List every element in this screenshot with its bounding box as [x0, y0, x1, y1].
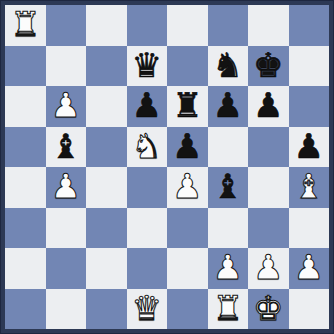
square-h8[interactable]: [289, 5, 330, 46]
white-bishop[interactable]: ♝: [294, 169, 324, 203]
square-h3[interactable]: [289, 208, 330, 249]
square-e6[interactable]: ♜: [167, 86, 208, 127]
square-b8[interactable]: [46, 5, 87, 46]
square-f3[interactable]: [208, 208, 249, 249]
square-d6[interactable]: ♟: [127, 86, 168, 127]
square-b7[interactable]: [46, 46, 87, 87]
square-a7[interactable]: [5, 46, 46, 87]
white-pawn[interactable]: ♟: [172, 169, 202, 203]
square-a6[interactable]: [5, 86, 46, 127]
square-d8[interactable]: [127, 5, 168, 46]
square-f6[interactable]: ♟: [208, 86, 249, 127]
square-c7[interactable]: [86, 46, 127, 87]
square-e7[interactable]: [167, 46, 208, 87]
square-b4[interactable]: ♟: [46, 167, 87, 208]
square-b3[interactable]: [46, 208, 87, 249]
square-e5[interactable]: ♟: [167, 127, 208, 168]
white-rook[interactable]: ♜: [10, 7, 40, 41]
square-a8[interactable]: ♜: [5, 5, 46, 46]
square-f7[interactable]: ♞: [208, 46, 249, 87]
square-b2[interactable]: [46, 248, 87, 289]
square-f4[interactable]: ♝: [208, 167, 249, 208]
square-d2[interactable]: [127, 248, 168, 289]
square-d3[interactable]: [127, 208, 168, 249]
square-d4[interactable]: [127, 167, 168, 208]
square-h6[interactable]: [289, 86, 330, 127]
white-pawn[interactable]: ♟: [294, 250, 324, 284]
white-pawn[interactable]: ♟: [213, 250, 243, 284]
square-g8[interactable]: [248, 5, 289, 46]
square-b5[interactable]: ♝: [46, 127, 87, 168]
square-g5[interactable]: [248, 127, 289, 168]
square-h7[interactable]: [289, 46, 330, 87]
black-queen[interactable]: ♛: [132, 48, 162, 82]
chess-board-frame: ♜♛♞♚♟♟♜♟♟♝♞♟♟♟♟♝♝♟♟♟♛♜♚: [0, 0, 334, 334]
square-c2[interactable]: [86, 248, 127, 289]
square-a3[interactable]: [5, 208, 46, 249]
square-c4[interactable]: [86, 167, 127, 208]
square-c1[interactable]: [86, 289, 127, 330]
black-pawn[interactable]: ♟: [253, 88, 283, 122]
square-g4[interactable]: [248, 167, 289, 208]
square-d5[interactable]: ♞: [127, 127, 168, 168]
square-e3[interactable]: [167, 208, 208, 249]
square-g2[interactable]: ♟: [248, 248, 289, 289]
square-e4[interactable]: ♟: [167, 167, 208, 208]
square-c6[interactable]: [86, 86, 127, 127]
square-a4[interactable]: [5, 167, 46, 208]
square-e8[interactable]: [167, 5, 208, 46]
square-f8[interactable]: [208, 5, 249, 46]
black-pawn[interactable]: ♟: [213, 88, 243, 122]
square-h1[interactable]: [289, 289, 330, 330]
square-b1[interactable]: [46, 289, 87, 330]
square-e2[interactable]: [167, 248, 208, 289]
square-b6[interactable]: ♟: [46, 86, 87, 127]
black-pawn[interactable]: ♟: [132, 88, 162, 122]
black-bishop[interactable]: ♝: [51, 129, 81, 163]
white-king[interactable]: ♚: [253, 291, 283, 325]
white-pawn[interactable]: ♟: [253, 250, 283, 284]
white-pawn[interactable]: ♟: [51, 88, 81, 122]
chess-board: ♜♛♞♚♟♟♜♟♟♝♞♟♟♟♟♝♝♟♟♟♛♜♚: [5, 5, 329, 329]
square-f2[interactable]: ♟: [208, 248, 249, 289]
white-knight[interactable]: ♞: [132, 129, 162, 163]
black-pawn[interactable]: ♟: [172, 129, 202, 163]
square-f1[interactable]: ♜: [208, 289, 249, 330]
square-c8[interactable]: [86, 5, 127, 46]
black-king[interactable]: ♚: [253, 48, 283, 82]
white-rook[interactable]: ♜: [213, 291, 243, 325]
black-knight[interactable]: ♞: [213, 48, 243, 82]
square-h2[interactable]: ♟: [289, 248, 330, 289]
square-e1[interactable]: [167, 289, 208, 330]
white-pawn[interactable]: ♟: [51, 169, 81, 203]
square-a2[interactable]: [5, 248, 46, 289]
square-f5[interactable]: [208, 127, 249, 168]
square-g7[interactable]: ♚: [248, 46, 289, 87]
square-g3[interactable]: [248, 208, 289, 249]
square-h5[interactable]: ♟: [289, 127, 330, 168]
square-c5[interactable]: [86, 127, 127, 168]
black-pawn[interactable]: ♟: [294, 129, 324, 163]
white-queen[interactable]: ♛: [132, 291, 162, 325]
square-d7[interactable]: ♛: [127, 46, 168, 87]
square-c3[interactable]: [86, 208, 127, 249]
square-d1[interactable]: ♛: [127, 289, 168, 330]
black-bishop[interactable]: ♝: [213, 169, 243, 203]
square-g1[interactable]: ♚: [248, 289, 289, 330]
square-a1[interactable]: [5, 289, 46, 330]
black-rook[interactable]: ♜: [172, 88, 202, 122]
square-g6[interactable]: ♟: [248, 86, 289, 127]
square-h4[interactable]: ♝: [289, 167, 330, 208]
square-a5[interactable]: [5, 127, 46, 168]
